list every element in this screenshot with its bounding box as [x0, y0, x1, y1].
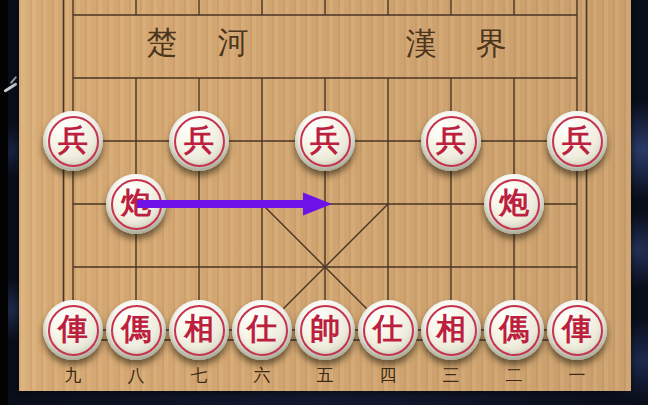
xiangqi-screen: 楚 河 漢 界 九八七六五四三二一 兵兵兵兵兵炮炮俥傌相仕帥仕相傌俥 — [0, 0, 648, 405]
move-arrow — [0, 0, 648, 405]
move-arrow-head — [303, 193, 332, 216]
